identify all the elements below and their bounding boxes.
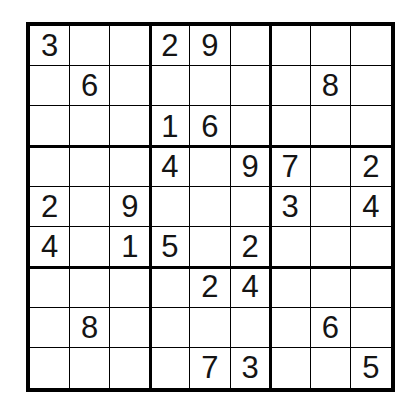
empty-cell-r4c5[interactable] [190,147,230,187]
given-cell-r7c5: 2 [190,267,230,307]
given-cell-r5c3: 9 [110,187,150,227]
empty-cell-r1c6[interactable] [231,26,271,66]
empty-cell-r3c7[interactable] [271,106,311,146]
empty-cell-r2c7[interactable] [271,66,311,106]
given-cell-r8c8: 6 [311,308,351,348]
empty-cell-r7c1[interactable] [30,267,70,307]
empty-cell-r9c8[interactable] [311,348,351,388]
given-cell-r6c4: 5 [150,227,190,267]
empty-cell-r3c6[interactable] [231,106,271,146]
empty-cell-r9c4[interactable] [150,348,190,388]
given-cell-r4c9: 2 [351,147,391,187]
empty-cell-r8c3[interactable] [110,308,150,348]
given-cell-r3c4: 1 [150,106,190,146]
empty-cell-r7c4[interactable] [150,267,190,307]
empty-cell-r2c4[interactable] [150,66,190,106]
empty-cell-r2c3[interactable] [110,66,150,106]
empty-cell-r7c9[interactable] [351,267,391,307]
empty-cell-r4c2[interactable] [70,147,110,187]
empty-cell-r1c7[interactable] [271,26,311,66]
empty-cell-r6c5[interactable] [190,227,230,267]
empty-cell-r6c9[interactable] [351,227,391,267]
empty-cell-r5c4[interactable] [150,187,190,227]
empty-cell-r8c6[interactable] [231,308,271,348]
empty-cell-r5c8[interactable] [311,187,351,227]
empty-cell-r9c2[interactable] [70,348,110,388]
given-cell-r4c4: 4 [150,147,190,187]
given-cell-r5c7: 3 [271,187,311,227]
empty-cell-r3c3[interactable] [110,106,150,146]
given-cell-r2c2: 6 [70,66,110,106]
empty-cell-r8c5[interactable] [190,308,230,348]
empty-cell-r5c5[interactable] [190,187,230,227]
empty-cell-r7c3[interactable] [110,267,150,307]
empty-cell-r1c3[interactable] [110,26,150,66]
given-cell-r1c4: 2 [150,26,190,66]
sudoku-board: 32968164972293441522486735 [26,22,395,392]
box-divider-horizontal-2 [30,266,391,269]
empty-cell-r1c2[interactable] [70,26,110,66]
sudoku-cells: 32968164972293441522486735 [30,26,391,388]
empty-cell-r5c6[interactable] [231,187,271,227]
empty-cell-r2c6[interactable] [231,66,271,106]
empty-cell-r4c1[interactable] [30,147,70,187]
empty-cell-r9c7[interactable] [271,348,311,388]
empty-cell-r1c9[interactable] [351,26,391,66]
empty-cell-r6c2[interactable] [70,227,110,267]
empty-cell-r4c8[interactable] [311,147,351,187]
given-cell-r6c1: 4 [30,227,70,267]
box-divider-vertical-1 [149,26,152,388]
box-divider-horizontal-1 [30,145,391,148]
empty-cell-r7c7[interactable] [271,267,311,307]
given-cell-r7c6: 4 [231,267,271,307]
empty-cell-r3c1[interactable] [30,106,70,146]
empty-cell-r9c3[interactable] [110,348,150,388]
given-cell-r4c6: 9 [231,147,271,187]
empty-cell-r8c1[interactable] [30,308,70,348]
empty-cell-r6c8[interactable] [311,227,351,267]
given-cell-r6c3: 1 [110,227,150,267]
given-cell-r4c7: 7 [271,147,311,187]
empty-cell-r4c3[interactable] [110,147,150,187]
empty-cell-r2c5[interactable] [190,66,230,106]
empty-cell-r2c9[interactable] [351,66,391,106]
empty-cell-r7c2[interactable] [70,267,110,307]
empty-cell-r3c9[interactable] [351,106,391,146]
given-cell-r6c6: 2 [231,227,271,267]
empty-cell-r6c7[interactable] [271,227,311,267]
empty-cell-r8c7[interactable] [271,308,311,348]
given-cell-r3c5: 6 [190,106,230,146]
given-cell-r9c5: 7 [190,348,230,388]
given-cell-r5c9: 4 [351,187,391,227]
empty-cell-r3c8[interactable] [311,106,351,146]
given-cell-r9c9: 5 [351,348,391,388]
given-cell-r9c6: 3 [231,348,271,388]
empty-cell-r3c2[interactable] [70,106,110,146]
given-cell-r1c1: 3 [30,26,70,66]
given-cell-r5c1: 2 [30,187,70,227]
box-divider-vertical-2 [269,26,272,388]
empty-cell-r7c8[interactable] [311,267,351,307]
empty-cell-r5c2[interactable] [70,187,110,227]
given-cell-r8c2: 8 [70,308,110,348]
empty-cell-r1c8[interactable] [311,26,351,66]
empty-cell-r8c9[interactable] [351,308,391,348]
empty-cell-r9c1[interactable] [30,348,70,388]
empty-cell-r8c4[interactable] [150,308,190,348]
given-cell-r2c8: 8 [311,66,351,106]
given-cell-r1c5: 9 [190,26,230,66]
empty-cell-r2c1[interactable] [30,66,70,106]
